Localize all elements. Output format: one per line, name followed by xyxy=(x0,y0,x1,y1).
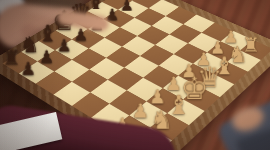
black-pawn: ♟ xyxy=(134,0,148,4)
black-pawn: ♟ xyxy=(39,49,55,66)
black-pawn: ♟ xyxy=(56,37,71,54)
white-pawn: ♟ xyxy=(149,88,166,107)
chess-game-photo: ♜♟♟♜♞♟♟♞♝♟♟♝♛♟♟♛♚♟♟♚♝♟♟♝♞♟♟♞♜♟♟♜ xyxy=(0,0,270,150)
black-rook: ♜ xyxy=(2,47,20,67)
black-bishop: ♝ xyxy=(37,23,57,45)
black-pawn: ♟ xyxy=(20,60,36,78)
black-pawn: ♟ xyxy=(73,27,88,44)
black-knight: ♞ xyxy=(20,34,40,56)
black-pawn: ♟ xyxy=(120,0,134,13)
white-pawn: ♟ xyxy=(132,102,149,121)
